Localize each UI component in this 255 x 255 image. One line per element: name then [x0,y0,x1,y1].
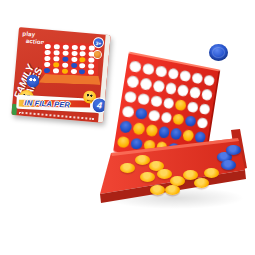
art-cell-r1c2 [54,44,60,49]
art-cell-r5c3 [62,69,68,74]
cell-r2c6 [189,86,201,98]
cell-r2c4 [165,82,177,95]
cell-r2c3 [152,80,165,93]
art-cell-r3c3 [62,57,68,62]
game-box: play action FAMILY GAMES IN FILA PER 4 3… [11,27,110,123]
art-cell-r4c3 [62,63,68,68]
art-cell-r5c4 [70,69,76,74]
cell-r1c3 [155,65,167,78]
box-art-board [42,42,101,77]
tray-blue-disc-3 [221,160,236,170]
cell-r5c1 [119,121,132,134]
art-cell-r3c4 [71,57,77,62]
box-title: IN FILA PER [24,98,70,109]
cell-r5c7 [194,131,206,143]
cell-r1c7 [203,74,215,86]
cell-r1c1 [129,60,142,73]
art-cell-r2c4 [71,51,77,56]
tray-yellow-disc-1 [120,163,135,173]
cell-r6c4 [156,141,168,153]
cell-r1c4 [167,67,179,80]
art-cell-r1c4 [71,45,77,50]
art-cell-r3c2 [53,56,59,61]
art-cell-r4c5 [79,63,85,68]
tray-yellow-disc-9 [204,168,219,178]
art-cell-r2c2 [53,50,59,55]
art-cell-r1c3 [62,45,68,50]
cell-r4c7 [197,117,209,129]
cell-r3c6 [187,101,199,113]
art-cell-r4c6 [88,63,94,68]
cell-r2c5 [177,84,189,96]
cell-r6c1 [117,136,130,149]
tray-yellow-disc-5 [157,169,172,179]
art-cell-r5c6 [88,69,94,74]
tray-yellow-disc-11 [165,185,180,195]
cell-r3c1 [124,90,137,103]
cell-r5c3 [145,124,158,136]
cell-r2c2 [139,78,152,91]
floating-blue-disc [209,44,228,61]
cell-r3c4 [163,97,175,110]
cell-r6c3 [143,139,156,151]
art-cell-r5c2 [53,68,59,73]
tray-yellow-disc-4 [140,172,155,182]
tray-yellow-disc-10 [150,185,165,195]
cell-r6c7 [192,146,204,158]
cell-r2c1 [126,75,139,88]
cell-r4c4 [160,111,172,123]
product-photo: play action FAMILY GAMES IN FILA PER 4 3… [0,0,255,255]
cell-r6c2 [130,137,143,149]
art-cell-r1c1 [45,44,51,49]
cell-r1c2 [142,63,155,76]
cell-r3c3 [150,95,163,108]
cell-r1c6 [192,72,204,84]
brand-line1: play [22,30,35,37]
fine-print-line [18,111,94,120]
art-cell-r2c3 [62,51,68,56]
cell-r3c2 [137,92,150,105]
art-cell-r5c5 [79,69,85,74]
number-4-badge: 4 [91,97,108,114]
cell-r5c5 [170,128,182,140]
cell-r3c7 [199,103,211,115]
box-art-grid [42,42,99,77]
art-cell-r4c4 [71,63,77,68]
blue-disc-mascot-icon [26,74,40,88]
art-cell-r2c1 [45,50,51,55]
cell-r3c5 [175,99,187,111]
art-cell-r5c1 [44,68,50,73]
cell-r6c6 [180,144,192,156]
cell-r4c2 [135,107,148,120]
cell-r4c5 [173,113,185,125]
art-cell-r3c5 [80,57,86,62]
connect-four-grid [113,52,220,163]
players-badge-icon [93,50,103,60]
art-cell-r3c1 [44,56,50,61]
board [113,52,220,163]
art-cell-r2c5 [80,51,86,56]
art-cell-r4c2 [53,62,59,67]
cell-r5c2 [132,122,145,135]
cell-r1c5 [180,70,192,83]
cell-r4c1 [122,105,135,118]
tray-yellow-disc-2 [135,155,150,165]
tray-blue-disc-2 [226,145,241,155]
cell-r5c4 [158,126,170,138]
art-cell-r4c1 [44,62,50,67]
tray-yellow-disc-8 [194,178,209,188]
cell-r4c6 [185,115,197,127]
art-cell-r1c5 [80,45,86,50]
cell-r4c3 [148,109,161,122]
age-badge: 3+ [93,37,105,49]
cell-r2c7 [201,89,213,101]
cell-r6c5 [168,142,180,154]
cell-r5c6 [183,130,195,142]
